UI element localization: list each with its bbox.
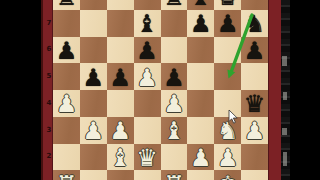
square-h5[interactable] <box>241 63 268 90</box>
square-d1[interactable] <box>134 170 161 180</box>
square-b1[interactable] <box>80 170 107 180</box>
square-c1[interactable] <box>107 170 134 180</box>
square-f1[interactable] <box>187 170 214 180</box>
square-c3[interactable]: ♟ <box>107 117 134 144</box>
square-e2[interactable] <box>161 144 188 171</box>
chess-board: ♜♜♝♚♝♟♟♞♟♟♟♟♟♟♟♟♟♛♟♟♝♞♟♝♛♟♟♜♜♚ <box>53 0 268 180</box>
square-e8[interactable]: ♜ <box>161 0 188 10</box>
square-a2[interactable] <box>53 144 80 171</box>
square-h4[interactable]: ♛ <box>241 90 268 117</box>
square-g5[interactable] <box>214 63 241 90</box>
piece-white-rook-e1[interactable]: ♜ <box>163 172 185 180</box>
square-f6[interactable] <box>187 37 214 64</box>
square-g6[interactable] <box>214 37 241 64</box>
piece-white-rook-a1[interactable]: ♜ <box>56 172 78 180</box>
square-b2[interactable] <box>80 144 107 171</box>
square-b8[interactable] <box>80 0 107 10</box>
video-frame: 87654321 ♜♜♝♚♝♟♟♞♟♟♟♟♟♟♟♟♟♛♟♟♝♞♟♝♛♟♟♜♜♚ <box>0 0 320 180</box>
piece-white-pawn-b3[interactable]: ♟ <box>83 118 105 144</box>
square-e6[interactable] <box>161 37 188 64</box>
square-b5[interactable]: ♟ <box>80 63 107 90</box>
square-d8[interactable] <box>134 0 161 10</box>
square-g2[interactable]: ♟ <box>214 144 241 171</box>
piece-white-knight-g3[interactable]: ♞ <box>217 118 239 144</box>
piece-white-bishop-e3[interactable]: ♝ <box>163 118 185 144</box>
piece-black-pawn-d6[interactable]: ♟ <box>136 38 158 64</box>
square-f2[interactable]: ♟ <box>187 144 214 171</box>
piece-white-bishop-c2[interactable]: ♝ <box>109 145 131 171</box>
piece-black-bishop-d7[interactable]: ♝ <box>136 11 158 37</box>
square-d5[interactable]: ♟ <box>134 63 161 90</box>
square-c5[interactable]: ♟ <box>107 63 134 90</box>
piece-white-pawn-f2[interactable]: ♟ <box>190 145 212 171</box>
square-c4[interactable] <box>107 90 134 117</box>
piece-white-king-g1[interactable]: ♚ <box>217 172 239 180</box>
square-f4[interactable] <box>187 90 214 117</box>
square-f5[interactable] <box>187 63 214 90</box>
square-b4[interactable] <box>80 90 107 117</box>
piece-white-pawn-h3[interactable]: ♟ <box>244 118 266 144</box>
square-e1[interactable]: ♜ <box>161 170 188 180</box>
piece-white-pawn-d5[interactable]: ♟ <box>136 65 158 91</box>
square-g3[interactable]: ♞ <box>214 117 241 144</box>
square-a5[interactable] <box>53 63 80 90</box>
square-c8[interactable] <box>107 0 134 10</box>
square-d2[interactable]: ♛ <box>134 144 161 171</box>
square-c7[interactable] <box>107 10 134 37</box>
piece-black-pawn-e5[interactable]: ♟ <box>163 65 185 91</box>
square-a4[interactable]: ♟ <box>53 90 80 117</box>
square-b3[interactable]: ♟ <box>80 117 107 144</box>
square-h7[interactable]: ♞ <box>241 10 268 37</box>
video-noise <box>282 128 287 135</box>
square-e3[interactable]: ♝ <box>161 117 188 144</box>
square-d6[interactable]: ♟ <box>134 37 161 64</box>
square-b7[interactable] <box>80 10 107 37</box>
square-e7[interactable] <box>161 10 188 37</box>
square-a3[interactable] <box>53 117 80 144</box>
square-e5[interactable]: ♟ <box>161 63 188 90</box>
piece-black-queen-h4[interactable]: ♛ <box>244 91 266 117</box>
square-d7[interactable]: ♝ <box>134 10 161 37</box>
square-g8[interactable]: ♚ <box>214 0 241 10</box>
square-g4[interactable] <box>214 90 241 117</box>
square-e4[interactable]: ♟ <box>161 90 188 117</box>
square-h6[interactable]: ♟ <box>241 37 268 64</box>
piece-black-knight-h7[interactable]: ♞ <box>244 11 266 37</box>
square-d3[interactable] <box>134 117 161 144</box>
square-h1[interactable] <box>241 170 268 180</box>
square-b6[interactable] <box>80 37 107 64</box>
video-noise <box>283 152 287 166</box>
square-h8[interactable] <box>241 0 268 10</box>
piece-white-pawn-g2[interactable]: ♟ <box>217 145 239 171</box>
square-g1[interactable]: ♚ <box>214 170 241 180</box>
square-c2[interactable]: ♝ <box>107 144 134 171</box>
square-a8[interactable]: ♜ <box>53 0 80 10</box>
video-noise <box>283 92 287 100</box>
piece-black-pawn-c5[interactable]: ♟ <box>109 65 131 91</box>
square-a7[interactable] <box>53 10 80 37</box>
square-c6[interactable] <box>107 37 134 64</box>
square-a6[interactable]: ♟ <box>53 37 80 64</box>
piece-white-pawn-c3[interactable]: ♟ <box>109 118 131 144</box>
piece-black-pawn-h6[interactable]: ♟ <box>244 38 266 64</box>
piece-white-queen-d2[interactable]: ♛ <box>136 145 158 171</box>
piece-white-pawn-e4[interactable]: ♟ <box>163 91 185 117</box>
piece-white-pawn-a4[interactable]: ♟ <box>56 91 78 117</box>
square-a1[interactable]: ♜ <box>53 170 80 180</box>
video-noise <box>282 56 287 66</box>
square-f7[interactable]: ♟ <box>187 10 214 37</box>
square-h3[interactable]: ♟ <box>241 117 268 144</box>
square-f8[interactable]: ♝ <box>187 0 214 10</box>
square-d4[interactable] <box>134 90 161 117</box>
piece-black-pawn-a6[interactable]: ♟ <box>56 38 78 64</box>
video-artifact-strip <box>281 0 290 180</box>
square-g7[interactable]: ♟ <box>214 10 241 37</box>
square-h2[interactable] <box>241 144 268 171</box>
square-f3[interactable] <box>187 117 214 144</box>
piece-black-pawn-b5[interactable]: ♟ <box>83 65 105 91</box>
piece-black-pawn-g7[interactable]: ♟ <box>217 11 239 37</box>
piece-black-pawn-f7[interactable]: ♟ <box>190 11 212 37</box>
